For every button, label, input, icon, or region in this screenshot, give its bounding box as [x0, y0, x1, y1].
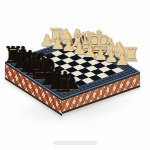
pieces-layer: ♜♞♝♛♚♝♞♜♟♟♟♟♟♟♟♟♟♟♟♟♟♟♟♟♜♞♝♛♚♝♞♜	[0, 0, 150, 150]
piece-white-pawn[interactable]: ♟	[115, 52, 129, 68]
chess-set-photo: ♜♞♝♛♚♝♞♜♟♟♟♟♟♟♟♟♟♟♟♟♟♟♟♟♜♞♝♛♚♝♞♜	[0, 0, 150, 150]
piece-black-rook[interactable]: ♜	[53, 73, 74, 96]
